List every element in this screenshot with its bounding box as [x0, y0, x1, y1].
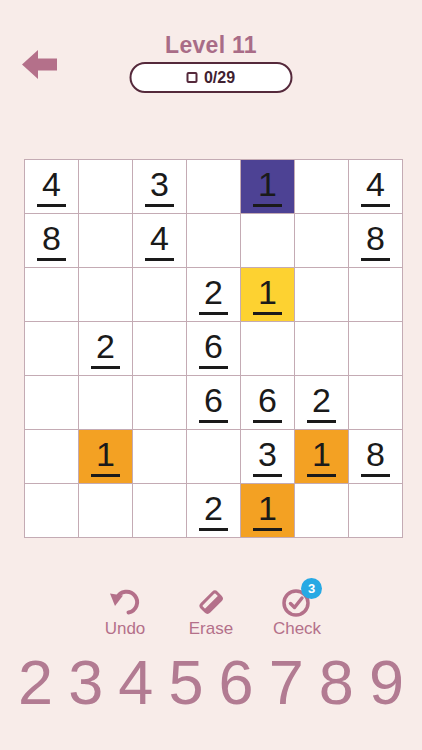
number-key-3[interactable]: 3: [68, 648, 103, 717]
cell-number: 1: [91, 437, 120, 477]
cell-r6c7[interactable]: 8: [349, 430, 402, 483]
cell-r5c4[interactable]: 6: [187, 376, 240, 429]
cell-r4c6[interactable]: [295, 322, 348, 375]
number-key-4[interactable]: 4: [118, 648, 153, 717]
cell-number: 6: [253, 383, 282, 423]
check-count-badge: 3: [301, 578, 322, 599]
progress-pill: 0/29: [130, 62, 293, 93]
cell-r4c1[interactable]: [25, 322, 78, 375]
cell-r5c6[interactable]: 2: [295, 376, 348, 429]
cell-r2c6[interactable]: [295, 214, 348, 267]
cell-r7c7[interactable]: [349, 484, 402, 537]
cell-r1c2[interactable]: [79, 160, 132, 213]
cell-r3c4[interactable]: 2: [187, 268, 240, 321]
number-key-6[interactable]: 6: [219, 648, 254, 717]
cell-number: 4: [37, 167, 66, 207]
cell-r2c5[interactable]: [241, 214, 294, 267]
cell-r7c2[interactable]: [79, 484, 132, 537]
erase-label: Erase: [189, 619, 233, 639]
cell-r7c1[interactable]: [25, 484, 78, 537]
cell-number: 2: [91, 329, 120, 369]
cell-r1c4[interactable]: [187, 160, 240, 213]
cell-number: 2: [199, 275, 228, 315]
erase-button[interactable]: Erase: [180, 586, 242, 639]
cell-number: 8: [361, 437, 390, 477]
number-key-7[interactable]: 7: [269, 648, 304, 717]
progress-count: 0/29: [204, 69, 235, 87]
cell-number: 2: [307, 383, 336, 423]
number-key-2[interactable]: 2: [18, 648, 53, 717]
cell-number: 3: [253, 437, 282, 477]
cell-r3c7[interactable]: [349, 268, 402, 321]
cell-r2c3[interactable]: 4: [133, 214, 186, 267]
cell-r6c1[interactable]: [25, 430, 78, 483]
cell-r2c7[interactable]: 8: [349, 214, 402, 267]
cell-number: 8: [37, 221, 66, 261]
cell-r5c5[interactable]: 6: [241, 376, 294, 429]
cell-r3c5[interactable]: 1: [241, 268, 294, 321]
cell-number: 8: [361, 221, 390, 261]
board: 43148482126662131821: [24, 159, 403, 538]
cell-number: 4: [361, 167, 390, 207]
cell-number: 1: [253, 275, 282, 315]
cell-r4c2[interactable]: 2: [79, 322, 132, 375]
number-key-5[interactable]: 5: [168, 648, 203, 717]
cell-r4c5[interactable]: [241, 322, 294, 375]
cell-r4c3[interactable]: [133, 322, 186, 375]
number-key-9[interactable]: 9: [369, 648, 404, 717]
undo-label: Undo: [105, 619, 146, 639]
undo-icon: [108, 586, 142, 618]
cell-number: 1: [253, 491, 282, 531]
cell-number: 6: [199, 383, 228, 423]
cell-r1c5[interactable]: 1: [241, 160, 294, 213]
cell-number: 4: [145, 221, 174, 261]
check-label: Check: [273, 619, 321, 639]
check-button[interactable]: 3 Check: [266, 586, 328, 639]
number-tray: 23456789: [0, 648, 422, 717]
cell-number: 1: [253, 167, 282, 207]
cell-r3c1[interactable]: [25, 268, 78, 321]
page-title: Level 11: [0, 32, 422, 59]
cell-r4c4[interactable]: 6: [187, 322, 240, 375]
cell-r4c7[interactable]: [349, 322, 402, 375]
empty-cell-square-icon: [187, 72, 198, 83]
cell-r2c1[interactable]: 8: [25, 214, 78, 267]
cell-r7c6[interactable]: [295, 484, 348, 537]
cell-r1c7[interactable]: 4: [349, 160, 402, 213]
cell-r7c4[interactable]: 2: [187, 484, 240, 537]
cell-r6c5[interactable]: 3: [241, 430, 294, 483]
cell-r2c2[interactable]: [79, 214, 132, 267]
cell-r5c2[interactable]: [79, 376, 132, 429]
cell-number: 3: [145, 167, 174, 207]
cell-r1c3[interactable]: 3: [133, 160, 186, 213]
cell-r6c3[interactable]: [133, 430, 186, 483]
cell-r3c6[interactable]: [295, 268, 348, 321]
undo-button[interactable]: Undo: [94, 586, 156, 639]
cell-r3c2[interactable]: [79, 268, 132, 321]
cell-number: 6: [199, 329, 228, 369]
toolbar: Undo Erase 3 Check: [0, 586, 422, 639]
game-screen: Level 11 0/29 43148482126662131821 Undo: [0, 0, 422, 750]
cell-r5c7[interactable]: [349, 376, 402, 429]
cell-number: 1: [307, 437, 336, 477]
cell-r3c3[interactable]: [133, 268, 186, 321]
cell-r2c4[interactable]: [187, 214, 240, 267]
cell-r6c4[interactable]: [187, 430, 240, 483]
cell-r5c1[interactable]: [25, 376, 78, 429]
cell-r7c3[interactable]: [133, 484, 186, 537]
cell-r7c5[interactable]: 1: [241, 484, 294, 537]
cell-r6c2[interactable]: 1: [79, 430, 132, 483]
cell-number: 2: [199, 491, 228, 531]
cell-r6c6[interactable]: 1: [295, 430, 348, 483]
cell-r5c3[interactable]: [133, 376, 186, 429]
cell-r1c1[interactable]: 4: [25, 160, 78, 213]
cell-r1c6[interactable]: [295, 160, 348, 213]
eraser-icon: [194, 586, 228, 618]
number-key-8[interactable]: 8: [319, 648, 354, 717]
